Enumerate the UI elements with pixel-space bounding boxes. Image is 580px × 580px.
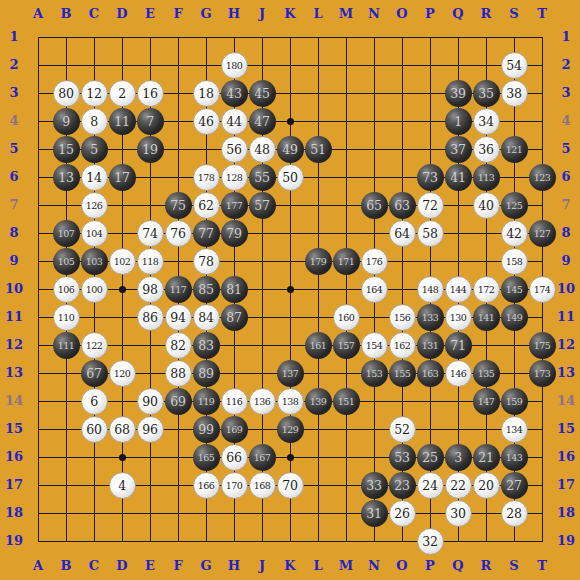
black-stone-F10-move-117: 117	[165, 276, 192, 303]
black-stone-D6-move-17: 17	[109, 164, 136, 191]
row-label-right-3: 3	[552, 85, 580, 101]
black-stone-H8-move-79: 79	[221, 220, 248, 247]
col-label-top-C: C	[80, 6, 108, 22]
white-stone-E8-move-74: 74	[137, 220, 164, 247]
white-stone-R17-move-20: 20	[473, 472, 500, 499]
white-stone-K14-move-138: 138	[277, 388, 304, 415]
col-label-top-L: L	[304, 6, 332, 22]
black-stone-P11-move-133: 133	[417, 304, 444, 331]
col-label-bottom-O: O	[388, 558, 416, 574]
col-label-top-J: J	[248, 6, 276, 22]
black-stone-T13-move-173: 173	[529, 360, 556, 387]
black-stone-R11-move-141: 141	[473, 304, 500, 331]
col-label-top-O: O	[388, 6, 416, 22]
row-label-right-4: 4	[552, 113, 580, 129]
black-stone-Q3-move-39: 39	[445, 80, 472, 107]
black-stone-R6-move-113: 113	[473, 164, 500, 191]
white-stone-B11-move-110: 110	[53, 304, 80, 331]
white-stone-S18-move-28: 28	[501, 500, 528, 527]
white-stone-P19-move-32: 32	[417, 528, 444, 555]
white-stone-S3-move-38: 38	[501, 80, 528, 107]
white-stone-K6-move-50: 50	[277, 164, 304, 191]
black-stone-G8-move-77: 77	[193, 220, 220, 247]
black-stone-T8-move-127: 127	[529, 220, 556, 247]
black-stone-C13-move-67: 67	[81, 360, 108, 387]
col-label-top-G: G	[192, 6, 220, 22]
black-stone-L5-move-51: 51	[305, 136, 332, 163]
white-stone-E3-move-16: 16	[137, 80, 164, 107]
white-stone-C14-move-6: 6	[81, 388, 108, 415]
white-stone-F13-move-88: 88	[165, 360, 192, 387]
black-stone-F7-move-75: 75	[165, 192, 192, 219]
black-stone-J4-move-47: 47	[249, 108, 276, 135]
black-stone-J7-move-57: 57	[249, 192, 276, 219]
white-stone-D15-move-68: 68	[109, 416, 136, 443]
col-label-top-F: F	[164, 6, 192, 22]
black-stone-H15-move-169: 169	[221, 416, 248, 443]
white-stone-C10-move-100: 100	[81, 276, 108, 303]
white-stone-M11-move-160: 160	[333, 304, 360, 331]
black-stone-Q5-move-37: 37	[445, 136, 472, 163]
row-label-right-5: 5	[552, 141, 580, 157]
black-stone-B9-move-105: 105	[53, 248, 80, 275]
row-label-right-15: 15	[552, 421, 580, 437]
row-label-right-12: 12	[552, 337, 580, 353]
white-stone-G4-move-46: 46	[193, 108, 220, 135]
col-label-top-B: B	[52, 6, 80, 22]
star-point-K4	[287, 118, 294, 125]
white-stone-T10-move-174: 174	[529, 276, 556, 303]
white-stone-G9-move-78: 78	[193, 248, 220, 275]
row-label-right-8: 8	[552, 225, 580, 241]
white-stone-C4-move-8: 8	[81, 108, 108, 135]
col-label-bottom-L: L	[304, 558, 332, 574]
black-stone-S14-move-159: 159	[501, 388, 528, 415]
black-stone-J6-move-55: 55	[249, 164, 276, 191]
black-stone-K15-move-129: 129	[277, 416, 304, 443]
black-stone-O17-move-23: 23	[389, 472, 416, 499]
white-stone-R10-move-172: 172	[473, 276, 500, 303]
row-label-right-10: 10	[552, 281, 580, 297]
black-stone-E5-move-19: 19	[137, 136, 164, 163]
black-stone-N18-move-31: 31	[361, 500, 388, 527]
black-stone-R14-move-147: 147	[473, 388, 500, 415]
white-stone-S9-move-158: 158	[501, 248, 528, 275]
board-grid: 1234567891112131415161718192021222324252…	[24, 23, 556, 555]
white-stone-D3-move-2: 2	[109, 80, 136, 107]
row-label-right-16: 16	[552, 449, 580, 465]
white-stone-Q17-move-22: 22	[445, 472, 472, 499]
white-stone-J17-move-168: 168	[249, 472, 276, 499]
col-label-bottom-A: A	[24, 558, 52, 574]
star-point-D10	[119, 286, 126, 293]
col-label-top-A: A	[24, 6, 52, 22]
black-stone-R16-move-21: 21	[473, 444, 500, 471]
white-stone-B10-move-106: 106	[53, 276, 80, 303]
black-stone-Q4-move-1: 1	[445, 108, 472, 135]
col-label-bottom-G: G	[192, 558, 220, 574]
row-label-right-11: 11	[552, 309, 580, 325]
black-stone-G12-move-83: 83	[193, 332, 220, 359]
black-stone-L14-move-139: 139	[305, 388, 332, 415]
white-stone-P10-move-148: 148	[417, 276, 444, 303]
col-label-top-K: K	[276, 6, 304, 22]
col-label-top-S: S	[500, 6, 528, 22]
black-stone-N13-move-153: 153	[361, 360, 388, 387]
row-label-right-6: 6	[552, 169, 580, 185]
black-stone-B5-move-15: 15	[53, 136, 80, 163]
black-stone-H3-move-43: 43	[221, 80, 248, 107]
row-label-right-1: 1	[552, 29, 580, 45]
black-stone-G16-move-165: 165	[193, 444, 220, 471]
white-stone-O8-move-64: 64	[389, 220, 416, 247]
white-stone-G3-move-18: 18	[193, 80, 220, 107]
black-stone-C5-move-5: 5	[81, 136, 108, 163]
black-stone-J3-move-45: 45	[249, 80, 276, 107]
black-stone-D4-move-11: 11	[109, 108, 136, 135]
black-stone-S5-move-121: 121	[501, 136, 528, 163]
white-stone-D13-move-120: 120	[109, 360, 136, 387]
white-stone-R7-move-40: 40	[473, 192, 500, 219]
black-stone-F14-move-69: 69	[165, 388, 192, 415]
white-stone-J14-move-136: 136	[249, 388, 276, 415]
black-stone-S11-move-149: 149	[501, 304, 528, 331]
white-stone-S8-move-42: 42	[501, 220, 528, 247]
black-stone-K13-move-137: 137	[277, 360, 304, 387]
black-stone-Q16-move-3: 3	[445, 444, 472, 471]
black-stone-B12-move-111: 111	[53, 332, 80, 359]
col-label-bottom-J: J	[248, 558, 276, 574]
col-label-bottom-B: B	[52, 558, 80, 574]
col-label-top-M: M	[332, 6, 360, 22]
col-label-top-N: N	[360, 6, 388, 22]
white-stone-K17-move-70: 70	[277, 472, 304, 499]
white-stone-Q18-move-30: 30	[445, 500, 472, 527]
black-stone-Q6-move-41: 41	[445, 164, 472, 191]
white-stone-G7-move-62: 62	[193, 192, 220, 219]
black-stone-M14-move-151: 151	[333, 388, 360, 415]
row-label-right-9: 9	[552, 253, 580, 269]
white-stone-Q10-move-144: 144	[445, 276, 472, 303]
col-label-top-P: P	[416, 6, 444, 22]
go-board: ABCDEFGHJKLMNOPQRST ABCDEFGHJKLMNOPQRST …	[0, 0, 580, 580]
col-label-bottom-D: D	[108, 558, 136, 574]
col-label-bottom-F: F	[164, 558, 192, 574]
star-point-D16	[119, 454, 126, 461]
white-stone-Q11-move-130: 130	[445, 304, 472, 331]
white-stone-H4-move-44: 44	[221, 108, 248, 135]
white-stone-H16-move-66: 66	[221, 444, 248, 471]
white-stone-F8-move-76: 76	[165, 220, 192, 247]
black-stone-R3-move-35: 35	[473, 80, 500, 107]
black-stone-O16-move-53: 53	[389, 444, 416, 471]
black-stone-R13-move-135: 135	[473, 360, 500, 387]
white-stone-H6-move-128: 128	[221, 164, 248, 191]
black-stone-L9-move-179: 179	[305, 248, 332, 275]
white-stone-E14-move-90: 90	[137, 388, 164, 415]
black-stone-S17-move-27: 27	[501, 472, 528, 499]
white-stone-F11-move-94: 94	[165, 304, 192, 331]
row-label-right-13: 13	[552, 365, 580, 381]
black-stone-E4-move-7: 7	[137, 108, 164, 135]
black-stone-G10-move-85: 85	[193, 276, 220, 303]
black-stone-P12-move-131: 131	[417, 332, 444, 359]
white-stone-E15-move-96: 96	[137, 416, 164, 443]
black-stone-N7-move-65: 65	[361, 192, 388, 219]
white-stone-O18-move-26: 26	[389, 500, 416, 527]
white-stone-N12-move-154: 154	[361, 332, 388, 359]
col-label-top-R: R	[472, 6, 500, 22]
white-stone-R5-move-36: 36	[473, 136, 500, 163]
white-stone-C6-move-14: 14	[81, 164, 108, 191]
black-stone-G13-move-89: 89	[193, 360, 220, 387]
black-stone-S16-move-143: 143	[501, 444, 528, 471]
white-stone-G6-move-178: 178	[193, 164, 220, 191]
black-stone-Q12-move-71: 71	[445, 332, 472, 359]
white-stone-S2-move-54: 54	[501, 52, 528, 79]
col-label-bottom-N: N	[360, 558, 388, 574]
col-label-bottom-M: M	[332, 558, 360, 574]
white-stone-G11-move-84: 84	[193, 304, 220, 331]
white-stone-C8-move-104: 104	[81, 220, 108, 247]
black-stone-K5-move-49: 49	[277, 136, 304, 163]
black-stone-G15-move-99: 99	[193, 416, 220, 443]
col-label-top-D: D	[108, 6, 136, 22]
white-stone-Q13-move-146: 146	[445, 360, 472, 387]
white-stone-D9-move-102: 102	[109, 248, 136, 275]
col-label-bottom-T: T	[528, 558, 556, 574]
white-stone-J5-move-48: 48	[249, 136, 276, 163]
col-label-bottom-K: K	[276, 558, 304, 574]
black-stone-B6-move-13: 13	[53, 164, 80, 191]
black-stone-C9-move-103: 103	[81, 248, 108, 275]
black-stone-M12-move-157: 157	[333, 332, 360, 359]
col-label-bottom-Q: Q	[444, 558, 472, 574]
col-label-bottom-P: P	[416, 558, 444, 574]
white-stone-F12-move-82: 82	[165, 332, 192, 359]
black-stone-O13-move-155: 155	[389, 360, 416, 387]
row-label-right-14: 14	[552, 393, 580, 409]
col-label-bottom-S: S	[500, 558, 528, 574]
col-label-top-Q: Q	[444, 6, 472, 22]
col-label-bottom-H: H	[220, 558, 248, 574]
black-stone-M9-move-171: 171	[333, 248, 360, 275]
white-stone-R4-move-34: 34	[473, 108, 500, 135]
black-stone-P13-move-163: 163	[417, 360, 444, 387]
black-stone-N17-move-33: 33	[361, 472, 388, 499]
white-stone-P8-move-58: 58	[417, 220, 444, 247]
white-stone-E11-move-86: 86	[137, 304, 164, 331]
white-stone-E9-move-118: 118	[137, 248, 164, 275]
black-stone-T6-move-123: 123	[529, 164, 556, 191]
black-stone-S7-move-125: 125	[501, 192, 528, 219]
black-stone-P6-move-73: 73	[417, 164, 444, 191]
col-label-bottom-C: C	[80, 558, 108, 574]
white-stone-C12-move-122: 122	[81, 332, 108, 359]
white-stone-H17-move-170: 170	[221, 472, 248, 499]
white-stone-B3-move-80: 80	[53, 80, 80, 107]
white-stone-P17-move-24: 24	[417, 472, 444, 499]
row-label-right-2: 2	[552, 57, 580, 73]
row-label-right-7: 7	[552, 197, 580, 213]
black-stone-O7-move-63: 63	[389, 192, 416, 219]
white-stone-H2-move-180: 180	[221, 52, 248, 79]
star-point-K10	[287, 286, 294, 293]
black-stone-S10-move-145: 145	[501, 276, 528, 303]
white-stone-H5-move-56: 56	[221, 136, 248, 163]
white-stone-O15-move-52: 52	[389, 416, 416, 443]
row-label-right-19: 19	[552, 533, 580, 549]
black-stone-H10-move-81: 81	[221, 276, 248, 303]
white-stone-G17-move-166: 166	[193, 472, 220, 499]
white-stone-C15-move-60: 60	[81, 416, 108, 443]
white-stone-O11-move-156: 156	[389, 304, 416, 331]
row-label-right-18: 18	[552, 505, 580, 521]
black-stone-B8-move-107: 107	[53, 220, 80, 247]
col-label-top-T: T	[528, 6, 556, 22]
col-label-top-H: H	[220, 6, 248, 22]
star-point-K16	[287, 454, 294, 461]
black-stone-H11-move-87: 87	[221, 304, 248, 331]
row-label-right-17: 17	[552, 477, 580, 493]
black-stone-G14-move-119: 119	[193, 388, 220, 415]
black-stone-J16-move-167: 167	[249, 444, 276, 471]
white-stone-O12-move-162: 162	[389, 332, 416, 359]
black-stone-H7-move-177: 177	[221, 192, 248, 219]
white-stone-E10-move-98: 98	[137, 276, 164, 303]
white-stone-C7-move-126: 126	[81, 192, 108, 219]
black-stone-T12-move-175: 175	[529, 332, 556, 359]
white-stone-P7-move-72: 72	[417, 192, 444, 219]
col-label-top-E: E	[136, 6, 164, 22]
col-label-bottom-R: R	[472, 558, 500, 574]
black-stone-L12-move-161: 161	[305, 332, 332, 359]
white-stone-S15-move-134: 134	[501, 416, 528, 443]
white-stone-N10-move-164: 164	[361, 276, 388, 303]
white-stone-D17-move-4: 4	[109, 472, 136, 499]
black-stone-P16-move-25: 25	[417, 444, 444, 471]
white-stone-C3-move-12: 12	[81, 80, 108, 107]
black-stone-B4-move-9: 9	[53, 108, 80, 135]
white-stone-N9-move-176: 176	[361, 248, 388, 275]
white-stone-H14-move-116: 116	[221, 388, 248, 415]
col-label-bottom-E: E	[136, 558, 164, 574]
